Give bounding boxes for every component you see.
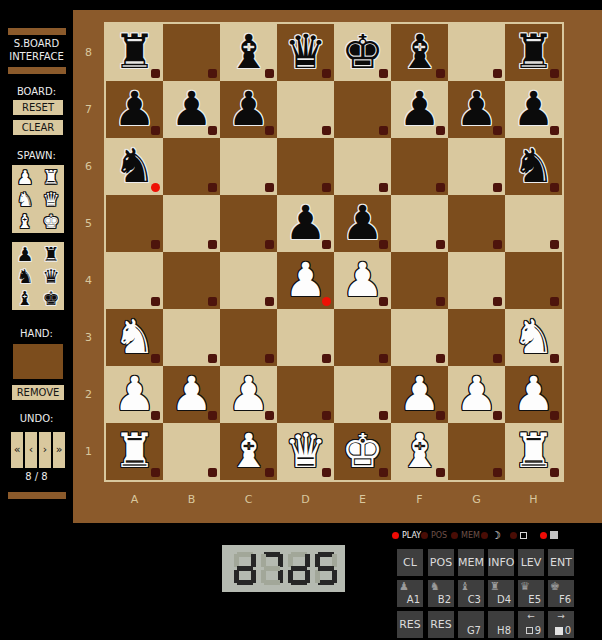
square-b6[interactable]: [163, 138, 220, 195]
sensor-led-c1: [265, 468, 274, 477]
divider-bar: [8, 67, 66, 74]
spawn-white-queen[interactable]: ♛: [38, 188, 64, 210]
square-d4[interactable]: ♟: [277, 252, 334, 309]
lcd-digit: [288, 552, 310, 585]
key-label: F6: [559, 594, 571, 605]
sensor-led-d2: [322, 411, 331, 420]
file-label-h: H: [505, 493, 562, 507]
square-f8[interactable]: ♝: [391, 24, 448, 81]
sensor-led-g5: [493, 240, 502, 249]
key-mem[interactable]: MEM: [458, 549, 484, 576]
square-d1[interactable]: ♛: [277, 423, 334, 480]
led-play: PLAY: [392, 530, 421, 540]
square-e1[interactable]: ♚: [334, 423, 391, 480]
undo-last-button[interactable]: »: [53, 432, 65, 468]
square-f3[interactable]: [391, 309, 448, 366]
spawn-white-rook[interactable]: ♜: [38, 166, 64, 188]
sensor-led-a2: [151, 411, 160, 420]
square-b7[interactable]: ♟: [163, 81, 220, 138]
sensor-led-f8: [436, 69, 445, 78]
square-h3[interactable]: ♞: [505, 309, 562, 366]
square-a8[interactable]: ♜: [106, 24, 163, 81]
key-g7[interactable]: G7: [458, 611, 484, 638]
square-e7[interactable]: [334, 81, 391, 138]
key-res-2[interactable]: RES: [428, 611, 454, 638]
key-label: H8: [497, 625, 511, 636]
sensor-led-g1: [493, 468, 502, 477]
spawn-black-king[interactable]: ♚: [38, 287, 64, 309]
app-title-line2: INTERFACE: [0, 51, 73, 63]
key-label: 0: [555, 625, 571, 636]
key-9[interactable]: ←9: [518, 611, 544, 638]
spawn-black-panel: ♟♜♞♛♝♚: [12, 242, 64, 310]
sensor-led-h7: [550, 126, 559, 135]
sensor-led-e8: [379, 69, 388, 78]
sensor-led-f3: [436, 354, 445, 363]
key-b2[interactable]: ♞B2: [428, 580, 454, 607]
led-pondering-light: [481, 532, 488, 539]
sensor-led-f6: [436, 183, 445, 192]
rank-label-1: 1: [73, 423, 104, 480]
square-a7[interactable]: ♟: [106, 81, 163, 138]
rank-label-3: 3: [73, 309, 104, 366]
led-white-to-move-light: [510, 532, 517, 539]
key-label: LEV: [518, 549, 544, 576]
reset-button[interactable]: RESET: [13, 100, 63, 115]
file-labels: ABCDEFGH: [106, 493, 562, 507]
sensor-led-a1: [151, 468, 160, 477]
square-e2[interactable]: [334, 366, 391, 423]
square-e5[interactable]: ♟: [334, 195, 391, 252]
spawn-black-bishop[interactable]: ♝: [12, 287, 38, 309]
sensor-led-b4: [208, 297, 217, 306]
key-e5[interactable]: ♛E5: [518, 580, 544, 607]
sensor-led-h8: [550, 69, 559, 78]
black-square-icon: [550, 531, 558, 539]
sensor-led-c3: [265, 354, 274, 363]
square-b3[interactable]: [163, 309, 220, 366]
sensor-led-e6: [379, 183, 388, 192]
led-black-to-move: [540, 530, 558, 540]
square-g1[interactable]: [448, 423, 505, 480]
board-section-label: BOARD:: [0, 86, 73, 98]
sensor-led-b1: [208, 468, 217, 477]
undo-section-label: UNDO:: [0, 413, 73, 425]
bishop-icon: ♝: [460, 580, 470, 593]
led-play-label: PLAY: [402, 531, 421, 540]
key-label: B2: [438, 594, 451, 605]
file-label-d: D: [277, 493, 334, 507]
sensor-led-b2: [208, 411, 217, 420]
sensor-led-b5: [208, 240, 217, 249]
led-pos: POS: [421, 530, 447, 540]
key-res-1[interactable]: RES: [397, 611, 423, 638]
key-lev[interactable]: LEV: [518, 549, 544, 576]
key-c3[interactable]: ♝C3: [458, 580, 484, 607]
square-a6[interactable]: ♞: [106, 138, 163, 195]
sensor-led-c7: [265, 126, 274, 135]
square-c7[interactable]: ♟: [220, 81, 277, 138]
hand-slot[interactable]: [13, 344, 63, 379]
chess-board-frame: 87654321 ♜♝♛♚♝♜♟♟♟♟♟♟♞♞♟♟♟♟♞♞♟♟♟♟♟♟♜♝♛♚♝…: [73, 10, 602, 523]
square-g2[interactable]: ♟: [448, 366, 505, 423]
black-square-icon: [555, 627, 563, 635]
sensor-led-d3: [322, 354, 331, 363]
square-f6[interactable]: [391, 138, 448, 195]
undo-first-button[interactable]: «: [11, 432, 23, 468]
square-g3[interactable]: [448, 309, 505, 366]
app-title-line1: S.BOARD: [0, 38, 73, 50]
sensor-led-f7: [436, 126, 445, 135]
sensor-led-g3: [493, 354, 502, 363]
chess-board: ♜♝♛♚♝♜♟♟♟♟♟♟♞♞♟♟♟♟♞♞♟♟♟♟♟♟♜♝♛♚♝♜: [104, 22, 564, 482]
sensor-led-e3: [379, 354, 388, 363]
square-e8[interactable]: ♚: [334, 24, 391, 81]
square-a2[interactable]: ♟: [106, 366, 163, 423]
white-square-icon: [526, 627, 533, 634]
remove-button[interactable]: REMOVE: [12, 385, 64, 400]
led-mem: MEM: [451, 530, 480, 540]
led-mem-light: [451, 532, 458, 539]
sensor-led-b3: [208, 354, 217, 363]
square-g7[interactable]: ♟: [448, 81, 505, 138]
file-label-c: C: [220, 493, 277, 507]
square-c2[interactable]: ♟: [220, 366, 277, 423]
led-play-light: [392, 532, 399, 539]
led-pos-label: POS: [431, 531, 447, 540]
key-info[interactable]: INFO: [488, 549, 514, 576]
sensor-led-g6: [493, 183, 502, 192]
clear-button[interactable]: CLEAR: [13, 120, 63, 135]
square-h5[interactable]: [505, 195, 562, 252]
square-d3[interactable]: [277, 309, 334, 366]
sensor-led-e4: [379, 297, 388, 306]
sensor-led-e1: [379, 468, 388, 477]
sensor-led-h2: [550, 411, 559, 420]
spawn-white-king[interactable]: ♚: [38, 210, 64, 232]
spawn-white-bishop[interactable]: ♝: [12, 210, 38, 232]
rank-label-8: 8: [73, 24, 104, 81]
sensor-led-f1: [436, 468, 445, 477]
lcd-display: [222, 545, 345, 592]
sensor-led-h5: [550, 240, 559, 249]
sensor-led-d1: [322, 468, 331, 477]
led-white-to-move: [510, 530, 527, 540]
sensor-led-g7: [493, 126, 502, 135]
square-d7[interactable]: [277, 81, 334, 138]
sensor-led-d7: [322, 126, 331, 135]
divider-bar: [8, 492, 66, 499]
spawn-black-pawn[interactable]: ♟: [12, 243, 38, 265]
rank-label-6: 6: [73, 138, 104, 195]
square-b1[interactable]: [163, 423, 220, 480]
undo-back-button[interactable]: ‹: [25, 432, 37, 468]
key-label: RES: [397, 611, 423, 638]
square-h1[interactable]: ♜: [505, 423, 562, 480]
sensor-led-d6: [322, 183, 331, 192]
lcd-digit: [261, 552, 283, 585]
square-c6[interactable]: [220, 138, 277, 195]
square-c1[interactable]: ♝: [220, 423, 277, 480]
led-pos-light: [421, 532, 428, 539]
square-h8[interactable]: ♜: [505, 24, 562, 81]
sensor-led-a4: [151, 297, 160, 306]
square-h7[interactable]: ♟: [505, 81, 562, 138]
spawn-white-panel: ♟♜♞♛♝♚: [12, 165, 64, 233]
sensor-led-a5: [151, 240, 160, 249]
square-b8[interactable]: [163, 24, 220, 81]
sidebar: S.BOARD INTERFACE BOARD: RESET CLEAR SPA…: [0, 0, 73, 640]
left-arrow-icon: ←: [518, 612, 544, 621]
square-h4[interactable]: [505, 252, 562, 309]
spawn-white-pawn[interactable]: ♟: [12, 166, 38, 188]
spawn-black-queen[interactable]: ♛: [38, 265, 64, 287]
file-label-a: A: [106, 493, 163, 507]
rank-label-5: 5: [73, 195, 104, 252]
square-e3[interactable]: [334, 309, 391, 366]
key-label: D4: [497, 594, 511, 605]
square-f2[interactable]: ♟: [391, 366, 448, 423]
square-f5[interactable]: [391, 195, 448, 252]
sensor-led-a3: [151, 354, 160, 363]
key-label: CL: [397, 549, 423, 576]
key-label: POS: [428, 549, 454, 576]
file-label-b: B: [163, 493, 220, 507]
spawn-black-knight[interactable]: ♞: [12, 265, 38, 287]
divider-bar: [8, 28, 66, 35]
square-a1[interactable]: ♜: [106, 423, 163, 480]
square-a5[interactable]: [106, 195, 163, 252]
square-b5[interactable]: [163, 195, 220, 252]
pondering-moon-icon: ☽: [491, 531, 501, 540]
hand-section-label: HAND:: [0, 328, 73, 340]
square-d2[interactable]: [277, 366, 334, 423]
sensor-led-h1: [550, 468, 559, 477]
spawn-white-knight[interactable]: ♞: [12, 188, 38, 210]
sensor-led-g8: [493, 69, 502, 78]
square-c3[interactable]: [220, 309, 277, 366]
sensor-led-h3: [550, 354, 559, 363]
sensor-led-d5: [322, 240, 331, 249]
sensor-led-c6: [265, 183, 274, 192]
square-c4[interactable]: [220, 252, 277, 309]
square-d6[interactable]: [277, 138, 334, 195]
key-label: E5: [528, 594, 541, 605]
knight-icon: ♞: [430, 580, 440, 593]
undo-counter: 8 / 8: [0, 471, 73, 483]
undo-forward-button[interactable]: ›: [39, 432, 51, 468]
lcd-digit: [234, 552, 256, 585]
square-b2[interactable]: ♟: [163, 366, 220, 423]
file-label-f: F: [391, 493, 448, 507]
led-mem-label: MEM: [461, 531, 480, 540]
king-icon: ♚: [550, 580, 560, 593]
key-label: G7: [467, 625, 481, 636]
square-b4[interactable]: [163, 252, 220, 309]
rank-labels: 87654321: [73, 24, 104, 480]
key-ent[interactable]: ENT: [548, 549, 574, 576]
square-d8[interactable]: ♛: [277, 24, 334, 81]
sensor-led-c5: [265, 240, 274, 249]
sensor-led-c2: [265, 411, 274, 420]
square-f1[interactable]: ♝: [391, 423, 448, 480]
right-arrow-icon: →: [548, 612, 574, 621]
white-square-icon: [520, 532, 527, 539]
file-label-g: G: [448, 493, 505, 507]
square-e6[interactable]: [334, 138, 391, 195]
key-label: C3: [468, 594, 481, 605]
spawn-black-rook[interactable]: ♜: [38, 243, 64, 265]
spawn-section-label: SPAWN:: [0, 150, 73, 162]
key-0[interactable]: →0: [548, 611, 574, 638]
key-label: A1: [407, 594, 420, 605]
square-g6[interactable]: [448, 138, 505, 195]
led-pondering: ☽: [481, 530, 501, 540]
key-cl[interactable]: CL: [397, 549, 423, 576]
key-label: 9: [526, 625, 541, 636]
lcd-digit: [315, 552, 337, 585]
square-g5[interactable]: [448, 195, 505, 252]
sensor-led-c4: [265, 297, 274, 306]
undo-controls: «‹›»: [11, 432, 65, 468]
rank-label-2: 2: [73, 366, 104, 423]
square-f7[interactable]: ♟: [391, 81, 448, 138]
pawn-icon: ♟: [399, 580, 409, 593]
sensor-led-f4: [436, 297, 445, 306]
square-h2[interactable]: ♟: [505, 366, 562, 423]
sensor-led-a8: [151, 69, 160, 78]
led-black-to-move-light: [540, 532, 547, 539]
rook-icon: ♜: [490, 580, 500, 593]
sensor-led-b7: [208, 126, 217, 135]
square-f4[interactable]: [391, 252, 448, 309]
square-g4[interactable]: [448, 252, 505, 309]
sensor-led-g2: [493, 411, 502, 420]
sensor-led-h6: [550, 183, 559, 192]
sensor-led-h4: [550, 297, 559, 306]
key-label: ENT: [548, 549, 574, 576]
chess-computer-app: S.BOARD INTERFACE BOARD: RESET CLEAR SPA…: [0, 0, 602, 640]
sensor-led-f5: [436, 240, 445, 249]
rank-label-4: 4: [73, 252, 104, 309]
sensor-led-e7: [379, 126, 388, 135]
square-c5[interactable]: [220, 195, 277, 252]
sensor-led-f2: [436, 411, 445, 420]
key-f6[interactable]: ♚F6: [548, 580, 574, 607]
sensor-led-a7: [151, 126, 160, 135]
sensor-led-c8: [265, 69, 274, 78]
square-a4[interactable]: [106, 252, 163, 309]
key-d4[interactable]: ♜D4: [488, 580, 514, 607]
square-d5[interactable]: ♟: [277, 195, 334, 252]
rank-label-7: 7: [73, 81, 104, 138]
sensor-led-a6: [151, 183, 160, 192]
sensor-led-g4: [493, 297, 502, 306]
sensor-led-e5: [379, 240, 388, 249]
key-h8[interactable]: H8: [488, 611, 514, 638]
sensor-led-d8: [322, 69, 331, 78]
key-label: MEM: [458, 549, 484, 576]
square-c8[interactable]: ♝: [220, 24, 277, 81]
file-label-e: E: [334, 493, 391, 507]
key-pos[interactable]: POS: [428, 549, 454, 576]
key-a1[interactable]: ♟A1: [397, 580, 423, 607]
square-h6[interactable]: ♞: [505, 138, 562, 195]
square-g8[interactable]: [448, 24, 505, 81]
key-label: RES: [428, 611, 454, 638]
sensor-led-d4: [322, 297, 331, 306]
sensor-led-e2: [379, 411, 388, 420]
square-e4[interactable]: ♟: [334, 252, 391, 309]
square-a3[interactable]: ♞: [106, 309, 163, 366]
key-label: INFO: [488, 549, 514, 576]
sensor-led-b8: [208, 69, 217, 78]
sensor-led-b6: [208, 183, 217, 192]
queen-icon: ♛: [520, 580, 530, 593]
